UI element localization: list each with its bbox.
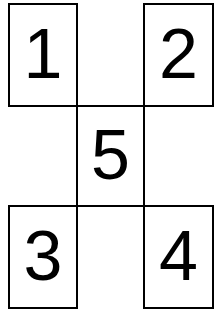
puzzle-diagram: 1 2 5 3 4 <box>0 0 222 323</box>
cell-value: 5 <box>91 120 130 190</box>
cell-r1c1: 1 <box>8 3 78 107</box>
cell-value: 2 <box>159 19 198 89</box>
cell-value: 3 <box>24 221 63 291</box>
cell-value: 4 <box>159 221 198 291</box>
cell-r2c1-empty <box>8 107 78 205</box>
cell-r1c2-empty <box>78 3 143 107</box>
cell-r3c1: 3 <box>8 205 78 309</box>
cell-value: 1 <box>24 19 63 89</box>
cell-r3c2-empty <box>78 205 143 309</box>
puzzle-board: 1 2 5 3 4 <box>0 0 222 323</box>
cell-r2c3-empty <box>143 107 214 205</box>
cell-r3c3: 4 <box>143 205 214 309</box>
cell-r2c2: 5 <box>76 105 145 207</box>
cell-r1c3: 2 <box>143 3 214 107</box>
